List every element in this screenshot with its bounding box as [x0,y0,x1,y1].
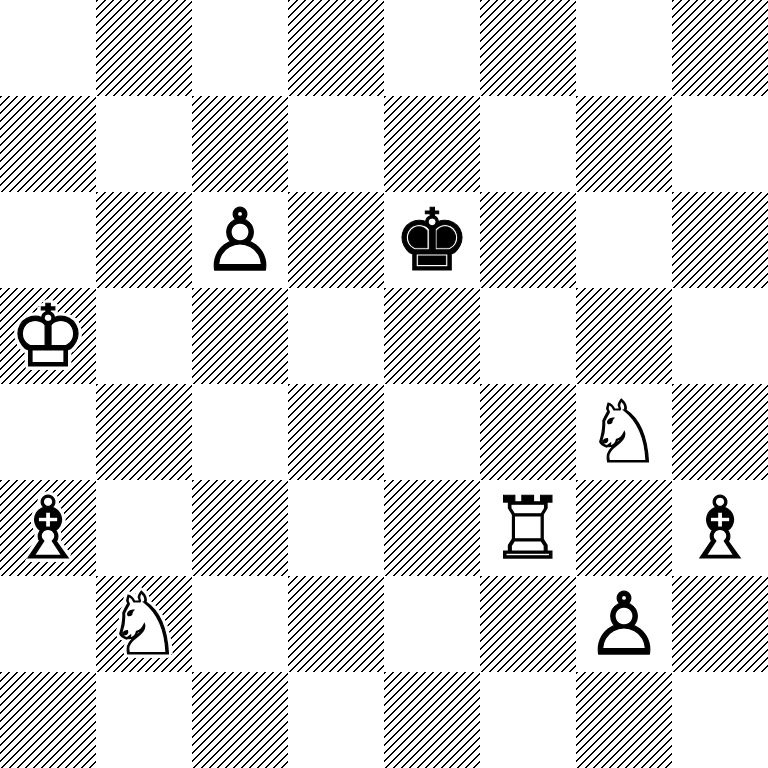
square-e6[interactable]: ♚ [384,192,480,288]
square-c6[interactable]: ♟♙ [192,192,288,288]
square-a6[interactable] [0,192,96,288]
piece-glyph-layer: ♚ [384,192,480,288]
square-g4[interactable]: ♞♘ [576,384,672,480]
square-d7[interactable] [288,96,384,192]
square-d8[interactable] [288,0,384,96]
square-a7[interactable] [0,96,96,192]
square-d5[interactable] [288,288,384,384]
square-e2[interactable] [384,576,480,672]
square-h8[interactable] [672,0,768,96]
piece-white-king[interactable]: ♚♔ [0,288,96,384]
square-f1[interactable] [480,672,576,768]
square-e8[interactable] [384,0,480,96]
square-g8[interactable] [576,0,672,96]
square-h7[interactable] [672,96,768,192]
piece-outline-layer: ♘ [576,384,672,480]
square-f8[interactable] [480,0,576,96]
square-f5[interactable] [480,288,576,384]
square-g7[interactable] [576,96,672,192]
piece-outline-layer: ♗ [672,480,768,576]
square-c2[interactable] [192,576,288,672]
square-f6[interactable] [480,192,576,288]
piece-white-knight[interactable]: ♞♘ [576,384,672,480]
square-f7[interactable] [480,96,576,192]
square-b4[interactable] [96,384,192,480]
square-h1[interactable] [672,672,768,768]
square-b8[interactable] [96,0,192,96]
square-c3[interactable] [192,480,288,576]
piece-outline-layer: ♙ [576,576,672,672]
piece-black-king[interactable]: ♚ [384,192,480,288]
square-a3[interactable]: ♝♗ [0,480,96,576]
piece-white-bishop[interactable]: ♝♗ [672,480,768,576]
piece-white-pawn[interactable]: ♟♙ [576,576,672,672]
square-f4[interactable] [480,384,576,480]
square-g1[interactable] [576,672,672,768]
square-h2[interactable] [672,576,768,672]
piece-white-knight[interactable]: ♞♘ [96,576,192,672]
piece-white-pawn[interactable]: ♟♙ [192,192,288,288]
square-h5[interactable] [672,288,768,384]
square-g3[interactable] [576,480,672,576]
square-d3[interactable] [288,480,384,576]
square-a2[interactable] [0,576,96,672]
square-b2[interactable]: ♞♘ [96,576,192,672]
square-b7[interactable] [96,96,192,192]
square-d6[interactable] [288,192,384,288]
square-c8[interactable] [192,0,288,96]
chess-board: ♟♙♚♚♔♞♘♝♗♜♖♝♗♞♘♟♙ [0,0,768,768]
square-f3[interactable]: ♜♖ [480,480,576,576]
square-b6[interactable] [96,192,192,288]
piece-outline-layer: ♔ [0,288,96,384]
square-b5[interactable] [96,288,192,384]
square-g5[interactable] [576,288,672,384]
square-h3[interactable]: ♝♗ [672,480,768,576]
square-a4[interactable] [0,384,96,480]
piece-white-bishop[interactable]: ♝♗ [0,480,96,576]
square-b3[interactable] [96,480,192,576]
piece-outline-layer: ♙ [192,192,288,288]
piece-white-rook[interactable]: ♜♖ [480,480,576,576]
square-f2[interactable] [480,576,576,672]
square-c5[interactable] [192,288,288,384]
square-e3[interactable] [384,480,480,576]
square-e1[interactable] [384,672,480,768]
square-e7[interactable] [384,96,480,192]
square-a5[interactable]: ♚♔ [0,288,96,384]
square-h6[interactable] [672,192,768,288]
square-g2[interactable]: ♟♙ [576,576,672,672]
square-d2[interactable] [288,576,384,672]
square-h4[interactable] [672,384,768,480]
square-c7[interactable] [192,96,288,192]
square-e5[interactable] [384,288,480,384]
square-b1[interactable] [96,672,192,768]
square-g6[interactable] [576,192,672,288]
square-d4[interactable] [288,384,384,480]
square-d1[interactable] [288,672,384,768]
piece-outline-layer: ♖ [480,480,576,576]
square-a1[interactable] [0,672,96,768]
square-c1[interactable] [192,672,288,768]
piece-outline-layer: ♘ [96,576,192,672]
square-a8[interactable] [0,0,96,96]
square-c4[interactable] [192,384,288,480]
piece-outline-layer: ♗ [0,480,96,576]
square-e4[interactable] [384,384,480,480]
